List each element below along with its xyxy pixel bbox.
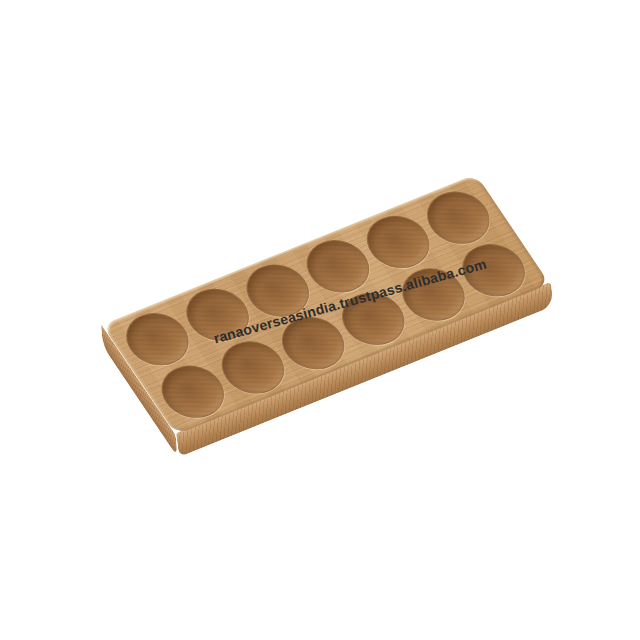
product-photo: ranaoverseasindia.trustpass.alibaba.com: [0, 0, 640, 640]
